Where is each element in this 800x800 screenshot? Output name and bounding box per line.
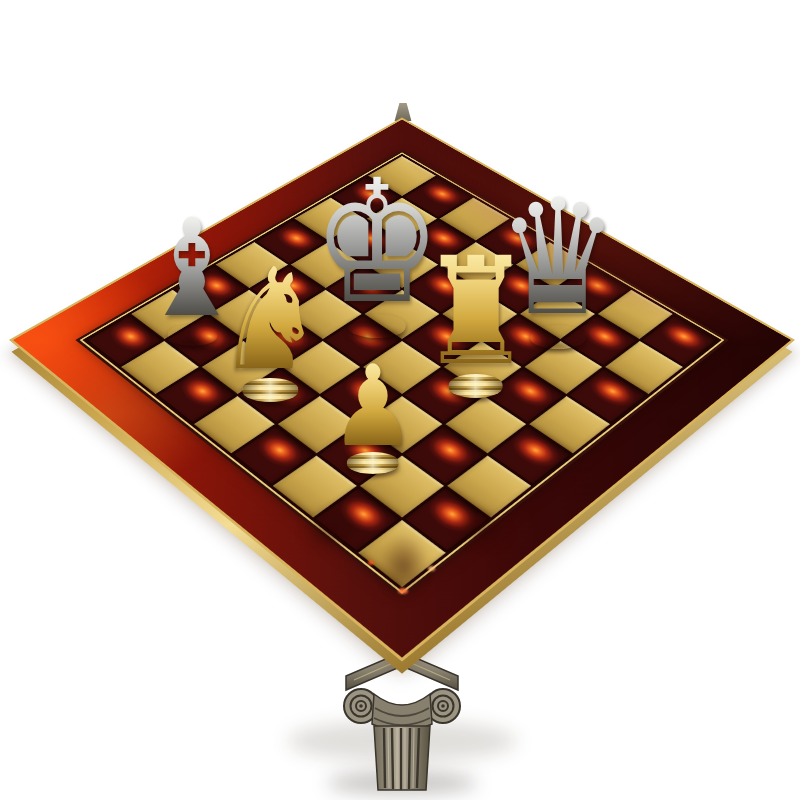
square-g1	[315, 487, 401, 552]
square-c2	[202, 341, 280, 394]
chess-board	[9, 118, 795, 662]
square-d1	[194, 396, 275, 453]
square-f2	[318, 425, 400, 485]
square-g3	[404, 425, 486, 485]
board-perspective-wrapper	[124, 62, 680, 618]
square-b1	[121, 341, 199, 394]
square-h6	[568, 368, 647, 423]
board-border-frame	[9, 118, 795, 662]
board-field	[80, 152, 725, 593]
square-g2	[360, 456, 444, 518]
square-h4	[489, 425, 571, 485]
square-f5	[444, 341, 522, 394]
square-f1	[273, 456, 357, 518]
square-h3	[447, 456, 531, 518]
square-d3	[282, 341, 360, 394]
square-h5	[529, 396, 610, 453]
square-g6	[524, 341, 602, 394]
square-g5	[486, 368, 565, 423]
square-g4	[445, 396, 526, 453]
square-d2	[239, 368, 318, 423]
square-e2	[278, 396, 359, 453]
square-e1	[233, 425, 315, 485]
square-h7	[605, 341, 683, 394]
square-e3	[321, 368, 400, 423]
fluted-shaft	[374, 726, 430, 790]
square-e4	[363, 341, 441, 394]
square-f4	[403, 368, 482, 423]
square-h1	[358, 520, 446, 587]
square-h2	[404, 487, 490, 552]
square-f3	[362, 396, 443, 453]
square-c1	[157, 368, 236, 423]
product-photo-scene: ♝♞♚♟♜♛	[0, 0, 800, 800]
